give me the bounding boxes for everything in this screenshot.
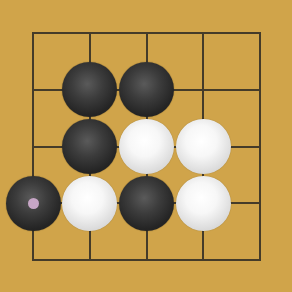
go-board[interactable] <box>0 0 292 292</box>
black-stone[interactable] <box>119 62 174 117</box>
last-move-marker <box>28 198 39 209</box>
black-stone[interactable] <box>62 119 117 174</box>
black-stone[interactable] <box>119 176 174 231</box>
white-stone[interactable] <box>176 119 231 174</box>
white-stone[interactable] <box>119 119 174 174</box>
black-stone[interactable] <box>6 176 61 231</box>
stones-layer <box>0 0 292 292</box>
white-stone[interactable] <box>62 176 117 231</box>
black-stone[interactable] <box>62 62 117 117</box>
white-stone[interactable] <box>176 176 231 231</box>
